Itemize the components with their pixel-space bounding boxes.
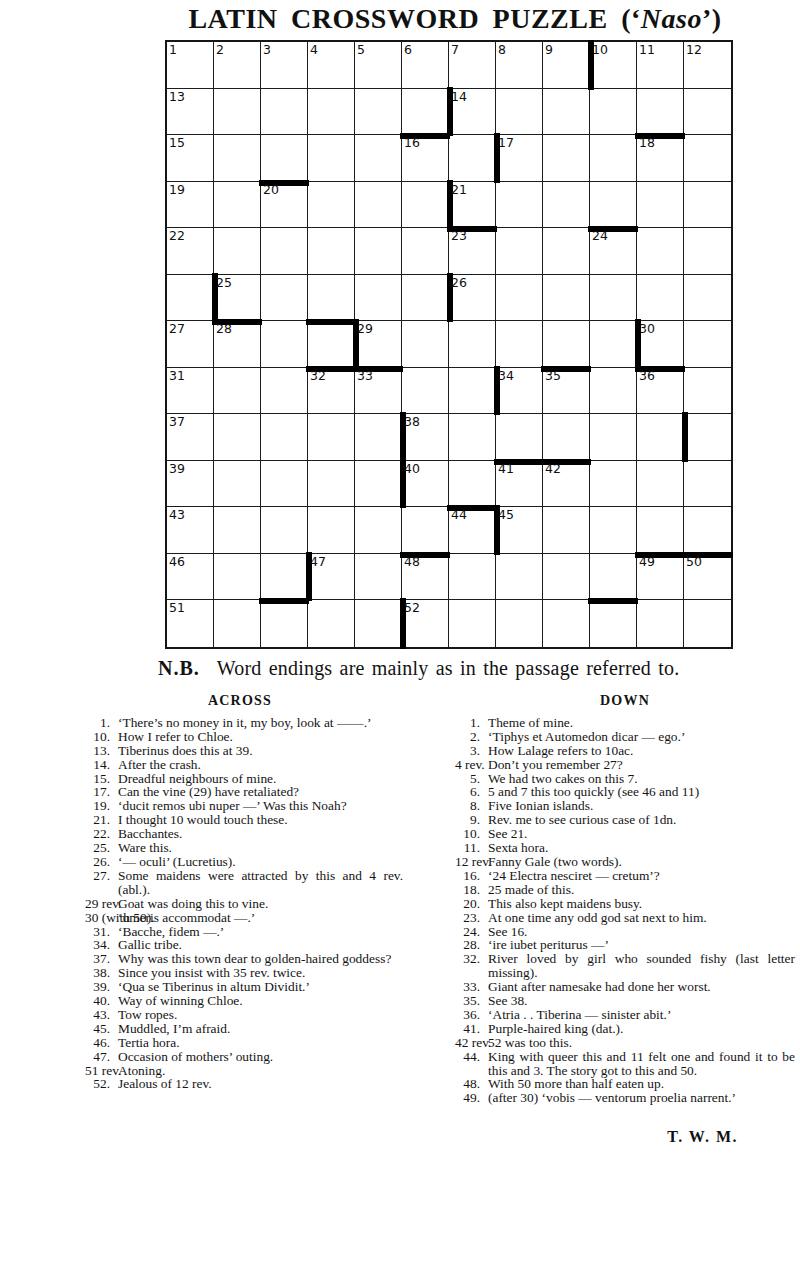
cell-r10-c11 [637,461,684,508]
cell-number: 1 [169,42,177,57]
cell-r13-c4 [308,600,355,647]
cell-r5-c10: 24 [590,228,637,275]
cell-r12-c1: 46 [167,554,214,601]
clue-number: 27. [85,869,110,883]
cell-number: 45 [498,507,514,522]
clue-number: 48. [455,1077,480,1091]
cell-r2-c10 [590,89,637,136]
cell-r11-c12 [684,507,731,554]
clue-text: Rev. me to see curious case of 1dn. [488,813,795,827]
clue-across-37: 37.Why was this town dear to golden-hair… [85,952,403,966]
clue-text: Tiberinus does this at 39. [118,744,403,758]
cell-number: 33 [357,368,373,383]
clue-number: 21. [85,813,110,827]
clue-text: This also kept maidens busy. [488,897,795,911]
clue-number: 46. [85,1036,110,1050]
nb-note: N.B.Word endings are mainly as in the pa… [158,657,758,680]
clue-down-4: 4 rev.Don’t you remember 27? [455,758,795,772]
clue-text: Dreadful neighbours of mine. [118,772,403,786]
cell-r8-c7 [449,368,496,415]
clue-text: ‘ducit remos ubi nuper —’ Was this Noah? [118,799,403,813]
nb-text: Word endings are mainly as in the passag… [217,657,680,679]
clue-text: Occasion of mothers’ outing. [118,1050,403,1064]
clue-number: 28. [455,938,480,952]
cell-r9-c6: 38 [402,414,449,461]
cell-r10-c6: 40 [402,461,449,508]
clue-text: See 38. [488,994,795,1008]
cell-r13-c6: 52 [402,600,449,647]
cell-r5-c8 [496,228,543,275]
cell-r6-c6 [402,275,449,322]
clue-number: 37. [85,952,110,966]
cell-r1-c10: 10 [590,42,637,89]
cell-r13-c9 [543,600,590,647]
clue-text: Tow ropes. [118,1008,403,1022]
clue-number: 34. [85,938,110,952]
cell-r12-c6: 48 [402,554,449,601]
clue-across-13: 13.Tiberinus does this at 39. [85,744,403,758]
cell-r11-c3 [261,507,308,554]
clue-text: Giant after namesake had done her worst. [488,980,795,994]
clue-text: We had two cakes on this 7. [488,772,795,786]
cell-r5-c11 [637,228,684,275]
clue-number: 13. [85,744,110,758]
cell-number: 14 [451,89,467,104]
cell-r3-c2 [214,135,261,182]
cell-number: 19 [169,182,185,197]
cell-r6-c1 [167,275,214,322]
clue-across-14: 14.After the crash. [85,758,403,772]
cell-number: 25 [216,275,232,290]
cell-r12-c2 [214,554,261,601]
clue-across-52: 52.Jealous of 12 rev. [85,1077,403,1091]
clue-across-1: 1.‘There’s no money in it, my boy, look … [85,716,403,730]
cell-r2-c12 [684,89,731,136]
clue-number: 45. [85,1022,110,1036]
clue-number: 23. [455,911,480,925]
cell-r5-c7: 23 [449,228,496,275]
cell-r5-c6 [402,228,449,275]
cell-number: 31 [169,368,185,383]
cell-r7-c12 [684,321,731,368]
cell-r11-c2 [214,507,261,554]
cell-r8-c3 [261,368,308,415]
clue-down-28: 28.‘ire iubet periturus —’ [455,938,795,952]
cell-r6-c8 [496,275,543,322]
cell-r10-c2 [214,461,261,508]
cell-number: 43 [169,507,185,522]
cell-r13-c10 [590,600,637,647]
cell-r3-c3 [261,135,308,182]
clue-number: 36. [455,1008,480,1022]
clue-number: 38. [85,966,110,980]
cell-r12-c11: 49 [637,554,684,601]
cell-number: 52 [404,600,420,615]
cell-r13-c3 [261,600,308,647]
cell-r2-c6 [402,89,449,136]
clue-down-49: 49.(after 30) ‘vobis — ventorum proelia … [455,1091,795,1105]
cell-r10-c7 [449,461,496,508]
cell-r13-c8 [496,600,543,647]
cell-number: 6 [404,42,412,57]
cell-r9-c3 [261,414,308,461]
clue-number: 25. [85,841,110,855]
cell-number: 24 [592,228,608,243]
clue-number: 32. [455,952,480,966]
cell-r8-c10 [590,368,637,415]
clue-down-2: 2.‘Tiphys et Automedon dicar — ego.’ [455,730,795,744]
clue-text: 52 was too this. [488,1036,795,1050]
down-clue-list: 1.Theme of mine.2.‘Tiphys et Automedon d… [455,716,795,1105]
cell-r12-c4: 47 [308,554,355,601]
cell-r10-c4 [308,461,355,508]
clue-down-16: 16.‘24 Electra nesciret — cretum’? [455,869,795,883]
cell-number: 42 [545,461,561,476]
cell-r9-c4 [308,414,355,461]
cell-r10-c9: 42 [543,461,590,508]
clue-number: 47. [85,1050,110,1064]
clue-text: Way of winning Chloe. [118,994,403,1008]
clue-text: (after 30) ‘vobis — ventorum proelia nar… [488,1091,795,1105]
crossword-grid: 1234567891011121314151617181920212223242… [165,40,733,649]
cell-r7-c11: 30 [637,321,684,368]
cell-r2-c4 [308,89,355,136]
clue-number: 16. [455,869,480,883]
clue-number: 12 rev. [455,855,480,869]
clue-text: Five Ionian islands. [488,799,795,813]
clue-text: Purple-haired king (dat.). [488,1022,795,1036]
clue-across-26: 26.‘— oculi’ (Lucretius). [85,855,403,869]
cell-r11-c10 [590,507,637,554]
cell-r2-c1: 13 [167,89,214,136]
cell-number: 47 [310,554,326,569]
clue-text: Jealous of 12 rev. [118,1077,403,1091]
clue-text: ‘Bacche, fidem —.’ [118,925,403,939]
cell-number: 10 [592,42,608,57]
clue-text: Some maidens were attracted by this and … [118,869,403,897]
cell-r3-c1: 15 [167,135,214,182]
clue-number: 20. [455,897,480,911]
clue-across-30: 30 (with 50).‘umeris accommodat —.’ [85,911,403,925]
clue-number: 31. [85,925,110,939]
clue-text: ‘ire iubet periturus —’ [488,938,795,952]
clue-text: King with queer this and 11 felt one and… [488,1050,795,1078]
cell-r1-c4: 4 [308,42,355,89]
clue-down-48: 48.With 50 more than half eaten up. [455,1077,795,1091]
cell-r4-c5 [355,182,402,229]
clue-down-35: 35.See 38. [455,994,795,1008]
clue-number: 52. [85,1077,110,1091]
clue-text: 5 and 7 this too quickly (see 46 and 11) [488,785,795,799]
clue-text: Atoning. [118,1064,403,1078]
clue-number: 2. [455,730,480,744]
clue-text: Goat was doing this to vine. [118,897,403,911]
clue-down-23: 23.At one time any odd god sat next to h… [455,911,795,925]
clue-down-42: 42 rev.52 was too this. [455,1036,795,1050]
cell-r2-c7: 14 [449,89,496,136]
cell-r5-c3 [261,228,308,275]
clue-number: 41. [455,1022,480,1036]
cell-number: 49 [639,554,655,569]
cell-r9-c9 [543,414,590,461]
cell-r3-c11: 18 [637,135,684,182]
clue-down-36: 36.‘Atria . . Tiberina — sinister abit.’ [455,1008,795,1022]
cell-r4-c2 [214,182,261,229]
clue-number: 35. [455,994,480,1008]
cell-r9-c8 [496,414,543,461]
clue-text: Sexta hora. [488,841,795,855]
cell-r3-c8: 17 [496,135,543,182]
clue-text: Tertia hora. [118,1036,403,1050]
cell-r10-c8: 41 [496,461,543,508]
cell-r10-c3 [261,461,308,508]
cell-r5-c5 [355,228,402,275]
cell-r6-c9 [543,275,590,322]
cell-r2-c5 [355,89,402,136]
cell-r11-c9 [543,507,590,554]
cell-r13-c2 [214,600,261,647]
cell-r12-c3 [261,554,308,601]
cell-r8-c9: 35 [543,368,590,415]
cell-r8-c11: 36 [637,368,684,415]
cell-r11-c1: 43 [167,507,214,554]
cell-r13-c11 [637,600,684,647]
clue-across-15: 15.Dreadful neighbours of mine. [85,772,403,786]
cell-number: 46 [169,554,185,569]
clue-number: 6. [455,785,480,799]
cell-number: 29 [357,321,373,336]
clue-across-38: 38.Since you insist with 35 rev. twice. [85,966,403,980]
cell-number: 12 [686,42,702,57]
clue-number: 24. [455,925,480,939]
cell-r12-c8 [496,554,543,601]
clue-text: How Lalage refers to 10ac. [488,744,795,758]
cell-r7-c7 [449,321,496,368]
cell-r4-c8 [496,182,543,229]
clue-across-34: 34.Gallic tribe. [85,938,403,952]
cell-r5-c2 [214,228,261,275]
clue-number: 3. [455,744,480,758]
cell-r1-c12: 12 [684,42,731,89]
clue-number: 15. [85,772,110,786]
cell-r3-c4 [308,135,355,182]
cell-number: 21 [451,182,467,197]
cell-r1-c7: 7 [449,42,496,89]
cell-r13-c1: 51 [167,600,214,647]
clue-down-24: 24.See 16. [455,925,795,939]
clue-text: See 16. [488,925,795,939]
cell-r3-c6: 16 [402,135,449,182]
cell-r4-c7: 21 [449,182,496,229]
cell-r7-c10 [590,321,637,368]
clue-number: 1. [85,716,110,730]
cell-number: 2 [216,42,224,57]
clue-down-10: 10.See 21. [455,827,795,841]
cell-r11-c5 [355,507,402,554]
cell-r2-c8 [496,89,543,136]
cell-number: 48 [404,554,420,569]
cell-r13-c7 [449,600,496,647]
down-clues-column: DOWN 1.Theme of mine.2.‘Tiphys et Autome… [455,694,795,1105]
clue-down-44: 44.King with queer this and 11 felt one … [455,1050,795,1078]
clue-number: 5. [455,772,480,786]
cell-r4-c1: 19 [167,182,214,229]
cell-r8-c12 [684,368,731,415]
clue-text: See 21. [488,827,795,841]
clue-text: ‘There’s no money in it, my boy, look at… [118,716,403,730]
cell-r8-c5: 33 [355,368,402,415]
clue-across-31: 31.‘Bacche, fidem —.’ [85,925,403,939]
title-naso: Naso [641,3,702,34]
clue-text: After the crash. [118,758,403,772]
cell-r10-c12 [684,461,731,508]
clue-across-19: 19.‘ducit remos ubi nuper —’ Was this No… [85,799,403,813]
clue-number: 10. [455,827,480,841]
clue-text: Muddled, I’m afraid. [118,1022,403,1036]
cell-r10-c1: 39 [167,461,214,508]
cell-r7-c2: 28 [214,321,261,368]
cell-r1-c5: 5 [355,42,402,89]
clue-across-25: 25.Ware this. [85,841,403,855]
cell-number: 9 [545,42,553,57]
cell-r9-c2 [214,414,261,461]
cell-r4-c3: 20 [261,182,308,229]
cell-r2-c2 [214,89,261,136]
clue-number: 1. [455,716,480,730]
clue-down-1: 1.Theme of mine. [455,716,795,730]
cell-r1-c3: 3 [261,42,308,89]
cell-r6-c12 [684,275,731,322]
clue-down-20: 20.This also kept maidens busy. [455,897,795,911]
cell-r11-c7: 44 [449,507,496,554]
cell-r2-c11 [637,89,684,136]
clue-text: Fanny Gale (two words). [488,855,795,869]
cell-number: 16 [404,135,420,150]
clue-text: Since you insist with 35 rev. twice. [118,966,403,980]
cell-r3-c10 [590,135,637,182]
clue-text: Theme of mine. [488,716,795,730]
cell-r7-c4 [308,321,355,368]
clue-across-21: 21.I thought 10 would touch these. [85,813,403,827]
clue-text: Can the vine (29) have retaliated? [118,785,403,799]
clue-number: 51 rev. [85,1064,110,1078]
cell-number: 37 [169,414,185,429]
clue-text: At one time any odd god sat next to him. [488,911,795,925]
cell-r10-c5 [355,461,402,508]
clue-across-43: 43.Tow ropes. [85,1008,403,1022]
cell-r6-c10 [590,275,637,322]
cell-number: 38 [404,414,420,429]
cell-r2-c3 [261,89,308,136]
clue-text: ‘Atria . . Tiberina — sinister abit.’ [488,1008,795,1022]
page-title: LATIN CROSSWORD PUZZLE (‘Naso’) [110,3,800,35]
cell-r4-c9 [543,182,590,229]
clue-number: 22. [85,827,110,841]
clue-text: Gallic tribe. [118,938,403,952]
cell-number: 39 [169,461,185,476]
cell-number: 18 [639,135,655,150]
title-prefix: LATIN CROSSWORD PUZZLE (‘ [188,3,640,34]
cell-number: 28 [216,321,232,336]
cell-number: 4 [310,42,318,57]
clue-number: 17. [85,785,110,799]
clue-text: River loved by girl who sounded fishy (l… [488,952,795,980]
cell-number: 7 [451,42,459,57]
cell-r9-c5 [355,414,402,461]
clue-across-29: 29 rev.Goat was doing this to vine. [85,897,403,911]
cell-r11-c8: 45 [496,507,543,554]
clue-across-39: 39.‘Qua se Tiberinus in altum Dividit.’ [85,980,403,994]
title-suffix: ’) [702,3,722,34]
cell-r5-c9 [543,228,590,275]
cell-r9-c10 [590,414,637,461]
across-clue-list: 1.‘There’s no money in it, my boy, look … [85,716,403,1091]
cell-r12-c9 [543,554,590,601]
cell-r5-c1: 22 [167,228,214,275]
cell-r4-c10 [590,182,637,229]
cell-number: 51 [169,600,185,615]
clue-down-32: 32.River loved by girl who sounded fishy… [455,952,795,980]
clue-down-12: 12 rev.Fanny Gale (two words). [455,855,795,869]
cell-r4-c11 [637,182,684,229]
cell-number: 44 [451,507,467,522]
cell-r4-c4 [308,182,355,229]
clue-text: ‘Tiphys et Automedon dicar — ego.’ [488,730,795,744]
clue-down-8: 8.Five Ionian islands. [455,799,795,813]
cell-number: 3 [263,42,271,57]
cell-number: 11 [639,42,655,57]
cell-r7-c8 [496,321,543,368]
cell-r5-c12 [684,228,731,275]
cell-r11-c6 [402,507,449,554]
clue-number: 49. [455,1091,480,1105]
cell-number: 17 [498,135,514,150]
clue-down-11: 11.Sexta hora. [455,841,795,855]
cell-number: 26 [451,275,467,290]
clue-down-3: 3.How Lalage refers to 10ac. [455,744,795,758]
clue-across-10: 10.How I refer to Chloe. [85,730,403,744]
clue-across-51: 51 rev.Atoning. [85,1064,403,1078]
signature: T. W. M. [520,1128,738,1146]
cell-number: 13 [169,89,185,104]
cell-r6-c3 [261,275,308,322]
clue-text: Bacchantes. [118,827,403,841]
cell-r2-c9 [543,89,590,136]
clue-across-17: 17.Can the vine (29) have retaliated? [85,785,403,799]
clue-text: Ware this. [118,841,403,855]
cell-r10-c10 [590,461,637,508]
clue-down-5: 5.We had two cakes on this 7. [455,772,795,786]
cell-r3-c5 [355,135,402,182]
clue-number: 11. [455,841,480,855]
clue-text: ‘Qua se Tiberinus in altum Dividit.’ [118,980,403,994]
cell-number: 41 [498,461,514,476]
cell-number: 32 [310,368,326,383]
clue-across-27: 27.Some maidens were attracted by this a… [85,869,403,897]
cell-number: 50 [686,554,702,569]
cell-r5-c4 [308,228,355,275]
cell-r9-c12 [684,414,731,461]
clue-number: 39. [85,980,110,994]
cell-r6-c4 [308,275,355,322]
nb-label: N.B. [158,657,200,679]
cell-r8-c6 [402,368,449,415]
clue-number: 29 rev. [85,897,110,911]
clue-number: 26. [85,855,110,869]
cell-number: 27 [169,321,185,336]
clue-text: I thought 10 would touch these. [118,813,403,827]
cell-number: 8 [498,42,506,57]
